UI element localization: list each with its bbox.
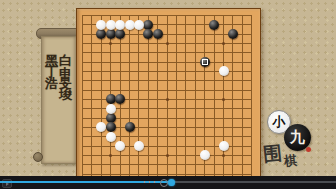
white-stone (115, 141, 125, 151)
white-player-column: 白申旻埈 (58, 44, 72, 88)
last-move-marker (202, 59, 208, 65)
black-stone (143, 29, 153, 39)
white-stone (219, 141, 229, 151)
black-stone (209, 20, 219, 30)
white-stone (134, 20, 144, 30)
logo-char-small: 小 (273, 113, 286, 131)
white-stone (106, 132, 116, 142)
black-stone (200, 57, 210, 67)
star-point (109, 42, 112, 45)
star-point (222, 154, 225, 157)
logo-calligraphy-qi: 棋 (283, 151, 298, 170)
white-stone (106, 104, 116, 114)
white-stone (96, 122, 106, 132)
star-point (166, 98, 169, 101)
black-stone (115, 94, 125, 104)
logo-seal-dot (306, 147, 311, 152)
white-stone (115, 20, 125, 30)
black-player-column: 黑丁浩 (44, 44, 58, 77)
board-grid (82, 15, 252, 184)
white-stone (134, 141, 144, 151)
black-stone (153, 29, 163, 39)
star-point (222, 42, 225, 45)
star-point (166, 154, 169, 157)
progress-knob[interactable] (168, 179, 175, 186)
logo-char-nine: 九 (290, 128, 305, 147)
black-stone (125, 122, 135, 132)
video-control-bar[interactable] (0, 176, 336, 189)
logo-calligraphy-wei: 围 (262, 140, 284, 168)
scroll-knob (33, 152, 43, 162)
black-stone (96, 29, 106, 39)
white-stone (219, 66, 229, 76)
video-frame: 黑丁浩 白申旻埈 围 棋 小 九 (0, 0, 336, 189)
star-point (222, 98, 225, 101)
white-stone (96, 20, 106, 30)
black-stone (115, 29, 125, 39)
go-board (76, 8, 261, 180)
star-point (166, 42, 169, 45)
bar-ring-icon (160, 179, 168, 187)
white-stone (200, 150, 210, 160)
bar-text-dots (142, 180, 158, 184)
black-stone (228, 29, 238, 39)
star-point (109, 154, 112, 157)
black-stone (106, 122, 116, 132)
